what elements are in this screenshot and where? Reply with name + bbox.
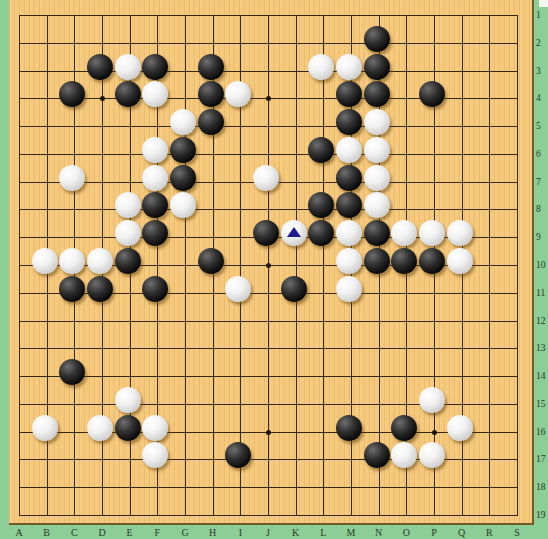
grid-line (19, 348, 518, 349)
black-stone (170, 137, 196, 163)
white-stone (142, 165, 168, 191)
black-stone (364, 248, 390, 274)
star-point (432, 430, 437, 435)
column-label: K (289, 526, 303, 539)
white-stone (115, 192, 141, 218)
black-stone (336, 109, 362, 135)
grid-line (517, 15, 518, 516)
white-stone (281, 220, 307, 246)
grid-line (19, 515, 518, 516)
black-stone (59, 276, 85, 302)
black-stone (142, 54, 168, 80)
column-label: Q (455, 526, 469, 539)
row-label: 15 (536, 398, 548, 410)
row-label: 13 (536, 342, 548, 354)
column-label: S (510, 526, 524, 539)
row-label: 3 (536, 65, 548, 77)
black-stone (281, 276, 307, 302)
white-stone (419, 387, 445, 413)
row-label: 16 (536, 426, 548, 438)
column-label: C (67, 526, 81, 539)
go-board-window: ABCDEFGHIJKLMNOPQRS 12345678910111213141… (0, 0, 548, 539)
grid-line (19, 376, 518, 377)
black-stone (364, 220, 390, 246)
black-stone (419, 248, 445, 274)
white-stone (142, 415, 168, 441)
column-label: H (206, 526, 220, 539)
black-stone (115, 81, 141, 107)
row-label: 11 (536, 287, 548, 299)
grid-line (19, 321, 518, 322)
row-label: 19 (536, 509, 548, 521)
black-stone (142, 276, 168, 302)
row-label: 5 (536, 120, 548, 132)
column-label: B (40, 526, 54, 539)
black-stone (336, 165, 362, 191)
column-label: P (427, 526, 441, 539)
white-stone (32, 415, 58, 441)
row-label: 4 (536, 92, 548, 104)
row-label: 7 (536, 176, 548, 188)
black-stone (170, 165, 196, 191)
white-stone (336, 248, 362, 274)
column-label: R (482, 526, 496, 539)
star-point (266, 430, 271, 435)
white-stone (447, 220, 473, 246)
black-stone (391, 415, 417, 441)
black-stone (87, 54, 113, 80)
white-stone (115, 54, 141, 80)
black-stone (364, 81, 390, 107)
black-stone (115, 248, 141, 274)
column-label: D (95, 526, 109, 539)
white-stone (336, 137, 362, 163)
column-label: N (372, 526, 386, 539)
last-move-triangle-marker-icon (287, 227, 301, 237)
row-label: 10 (536, 259, 548, 271)
white-stone (336, 54, 362, 80)
white-stone (447, 248, 473, 274)
black-stone (364, 442, 390, 468)
white-stone (308, 54, 334, 80)
black-stone (87, 276, 113, 302)
column-label: J (261, 526, 275, 539)
row-label: 17 (536, 453, 548, 465)
black-stone (198, 109, 224, 135)
black-stone (198, 248, 224, 274)
black-stone (115, 415, 141, 441)
white-stone (115, 387, 141, 413)
row-label: 9 (536, 231, 548, 243)
row-label: 8 (536, 203, 548, 215)
star-point (266, 263, 271, 268)
white-stone (32, 248, 58, 274)
column-label: F (150, 526, 164, 539)
white-stone (447, 415, 473, 441)
row-label: 1 (536, 9, 548, 21)
column-label: G (178, 526, 192, 539)
column-label: L (316, 526, 330, 539)
column-label: M (344, 526, 358, 539)
grid-line (489, 15, 490, 516)
row-label: 18 (536, 481, 548, 493)
column-label: A (12, 526, 26, 539)
white-stone (87, 248, 113, 274)
white-stone (59, 165, 85, 191)
window-corner (539, 0, 548, 7)
white-stone (364, 165, 390, 191)
row-label: 14 (536, 370, 548, 382)
black-stone (198, 54, 224, 80)
column-label: E (123, 526, 137, 539)
black-stone (364, 26, 390, 52)
row-label: 6 (536, 148, 548, 160)
column-label: O (399, 526, 413, 539)
white-stone (170, 109, 196, 135)
row-label: 12 (536, 315, 548, 327)
white-stone (364, 192, 390, 218)
white-stone (253, 165, 279, 191)
row-label: 2 (536, 37, 548, 49)
white-stone (364, 109, 390, 135)
grid-line (323, 15, 324, 516)
grid-line (19, 487, 518, 488)
white-stone (225, 276, 251, 302)
black-stone (336, 415, 362, 441)
white-stone (336, 276, 362, 302)
white-stone (115, 220, 141, 246)
black-stone (198, 81, 224, 107)
black-stone (364, 54, 390, 80)
white-stone (87, 415, 113, 441)
grid-line (296, 15, 297, 516)
column-label: I (233, 526, 247, 539)
white-stone (364, 137, 390, 163)
